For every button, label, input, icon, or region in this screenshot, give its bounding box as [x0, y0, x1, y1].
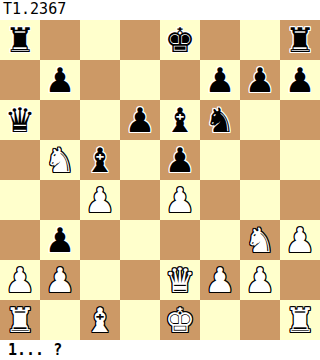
square-g8[interactable] — [240, 20, 280, 60]
square-d7[interactable] — [120, 60, 160, 100]
piece-white-pawn[interactable]: ♟ — [200, 260, 240, 300]
piece-black-pawn[interactable]: ♟ — [40, 60, 80, 100]
square-a2[interactable]: ♟ — [0, 260, 40, 300]
square-c3[interactable] — [80, 220, 120, 260]
square-a5[interactable] — [0, 140, 40, 180]
square-f7[interactable]: ♟ — [200, 60, 240, 100]
square-a7[interactable] — [0, 60, 40, 100]
chess-board: ♜♚♜♟♟♟♟♛♟♝♞♞♝♟♟♟♟♞♟♟♟♛♟♟♜♝♚♜ — [0, 20, 320, 340]
piece-black-bishop[interactable]: ♝ — [80, 140, 120, 180]
square-b8[interactable] — [40, 20, 80, 60]
square-b1[interactable] — [40, 300, 80, 340]
square-d2[interactable] — [120, 260, 160, 300]
square-e2[interactable]: ♛ — [160, 260, 200, 300]
square-a4[interactable] — [0, 180, 40, 220]
square-f5[interactable] — [200, 140, 240, 180]
piece-black-bishop[interactable]: ♝ — [160, 100, 200, 140]
square-d3[interactable] — [120, 220, 160, 260]
square-d6[interactable]: ♟ — [120, 100, 160, 140]
square-g6[interactable] — [240, 100, 280, 140]
square-e4[interactable]: ♟ — [160, 180, 200, 220]
square-e8[interactable]: ♚ — [160, 20, 200, 60]
square-c8[interactable] — [80, 20, 120, 60]
piece-white-pawn[interactable]: ♟ — [40, 260, 80, 300]
square-h7[interactable]: ♟ — [280, 60, 320, 100]
square-b2[interactable]: ♟ — [40, 260, 80, 300]
square-f2[interactable]: ♟ — [200, 260, 240, 300]
square-a1[interactable]: ♜ — [0, 300, 40, 340]
piece-white-bishop[interactable]: ♝ — [80, 300, 120, 340]
piece-white-queen[interactable]: ♛ — [160, 260, 200, 300]
piece-white-pawn[interactable]: ♟ — [160, 180, 200, 220]
square-d1[interactable] — [120, 300, 160, 340]
square-g5[interactable] — [240, 140, 280, 180]
square-h5[interactable] — [280, 140, 320, 180]
square-b5[interactable]: ♞ — [40, 140, 80, 180]
move-prompt: 1... ? — [0, 340, 320, 360]
square-e6[interactable]: ♝ — [160, 100, 200, 140]
piece-black-rook[interactable]: ♜ — [0, 20, 40, 60]
piece-black-pawn[interactable]: ♟ — [280, 60, 320, 100]
piece-white-knight[interactable]: ♞ — [240, 220, 280, 260]
square-c4[interactable]: ♟ — [80, 180, 120, 220]
square-g7[interactable]: ♟ — [240, 60, 280, 100]
square-h4[interactable] — [280, 180, 320, 220]
piece-black-queen[interactable]: ♛ — [0, 100, 40, 140]
piece-black-pawn[interactable]: ♟ — [40, 220, 80, 260]
piece-white-pawn[interactable]: ♟ — [80, 180, 120, 220]
square-a8[interactable]: ♜ — [0, 20, 40, 60]
square-d5[interactable] — [120, 140, 160, 180]
square-c1[interactable]: ♝ — [80, 300, 120, 340]
piece-white-king[interactable]: ♚ — [160, 300, 200, 340]
piece-black-pawn[interactable]: ♟ — [200, 60, 240, 100]
square-f3[interactable] — [200, 220, 240, 260]
puzzle-title: T1.2367 — [0, 0, 320, 20]
square-f8[interactable] — [200, 20, 240, 60]
square-h6[interactable] — [280, 100, 320, 140]
square-b4[interactable] — [40, 180, 80, 220]
square-h1[interactable]: ♜ — [280, 300, 320, 340]
square-a3[interactable] — [0, 220, 40, 260]
square-h2[interactable] — [280, 260, 320, 300]
piece-white-pawn[interactable]: ♟ — [280, 220, 320, 260]
square-g3[interactable]: ♞ — [240, 220, 280, 260]
square-c6[interactable] — [80, 100, 120, 140]
square-e3[interactable] — [160, 220, 200, 260]
square-b6[interactable] — [40, 100, 80, 140]
square-c2[interactable] — [80, 260, 120, 300]
piece-black-rook[interactable]: ♜ — [280, 20, 320, 60]
square-h3[interactable]: ♟ — [280, 220, 320, 260]
square-d4[interactable] — [120, 180, 160, 220]
square-f4[interactable] — [200, 180, 240, 220]
square-e7[interactable] — [160, 60, 200, 100]
square-g4[interactable] — [240, 180, 280, 220]
piece-white-knight[interactable]: ♞ — [40, 140, 80, 180]
piece-black-pawn[interactable]: ♟ — [120, 100, 160, 140]
piece-black-pawn[interactable]: ♟ — [240, 60, 280, 100]
square-b3[interactable]: ♟ — [40, 220, 80, 260]
square-b7[interactable]: ♟ — [40, 60, 80, 100]
square-d8[interactable] — [120, 20, 160, 60]
square-g2[interactable]: ♟ — [240, 260, 280, 300]
piece-black-knight[interactable]: ♞ — [200, 100, 240, 140]
square-e1[interactable]: ♚ — [160, 300, 200, 340]
square-f1[interactable] — [200, 300, 240, 340]
piece-white-pawn[interactable]: ♟ — [0, 260, 40, 300]
piece-white-rook[interactable]: ♜ — [280, 300, 320, 340]
square-c7[interactable] — [80, 60, 120, 100]
piece-white-rook[interactable]: ♜ — [0, 300, 40, 340]
piece-white-pawn[interactable]: ♟ — [240, 260, 280, 300]
square-h8[interactable]: ♜ — [280, 20, 320, 60]
piece-black-king[interactable]: ♚ — [160, 20, 200, 60]
piece-black-pawn[interactable]: ♟ — [160, 140, 200, 180]
square-f6[interactable]: ♞ — [200, 100, 240, 140]
square-e5[interactable]: ♟ — [160, 140, 200, 180]
square-a6[interactable]: ♛ — [0, 100, 40, 140]
square-c5[interactable]: ♝ — [80, 140, 120, 180]
square-g1[interactable] — [240, 300, 280, 340]
